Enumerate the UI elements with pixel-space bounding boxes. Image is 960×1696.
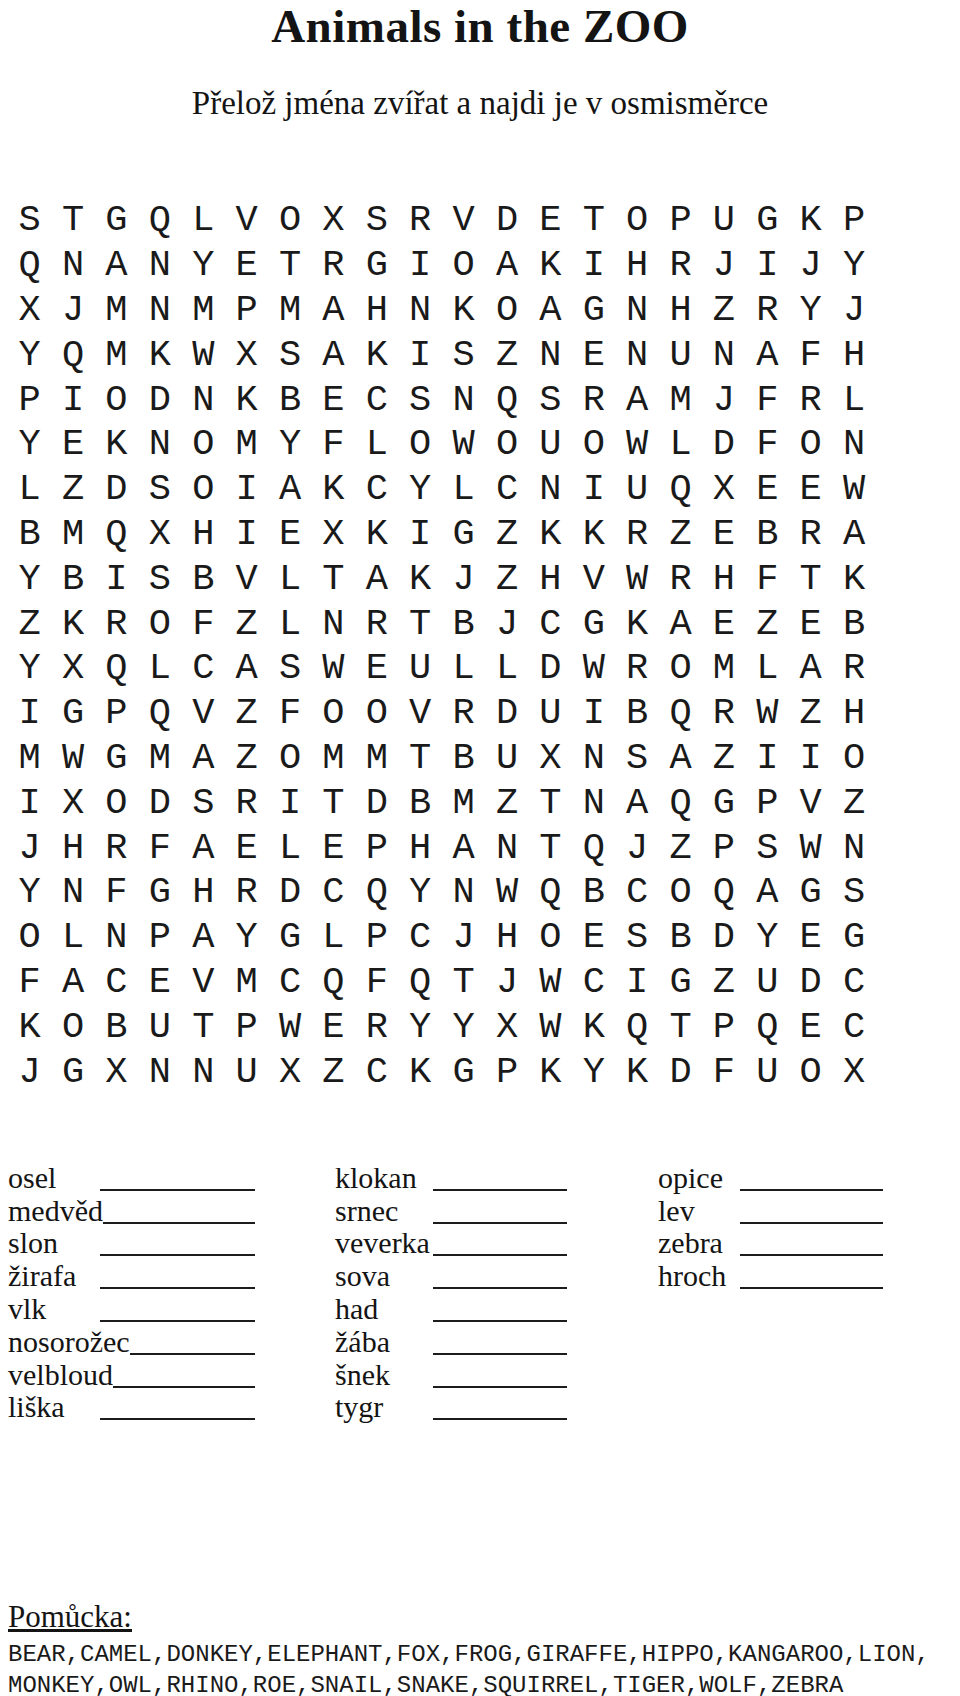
grid-cell[interactable]: Q <box>51 332 94 377</box>
grid-cell[interactable]: Y <box>8 646 51 691</box>
grid-cell[interactable]: S <box>268 646 311 691</box>
grid-cell[interactable]: Q <box>702 870 745 915</box>
grid-cell[interactable]: G <box>442 1049 485 1094</box>
grid-cell[interactable]: J <box>789 243 832 288</box>
grid-cell[interactable]: Z <box>789 691 832 736</box>
answer-blank-line[interactable] <box>740 1181 883 1191</box>
answer-blank-line[interactable] <box>100 1312 255 1322</box>
grid-cell[interactable]: H <box>832 691 875 736</box>
grid-cell[interactable]: T <box>312 556 355 601</box>
grid-cell[interactable]: U <box>138 1004 181 1049</box>
grid-cell[interactable]: I <box>615 960 658 1005</box>
grid-cell[interactable]: W <box>832 467 875 512</box>
grid-cell[interactable]: O <box>485 288 528 333</box>
grid-cell[interactable]: O <box>8 915 51 960</box>
grid-cell[interactable]: M <box>355 736 398 781</box>
grid-cell[interactable]: G <box>442 512 485 557</box>
grid-cell[interactable]: F <box>8 960 51 1005</box>
grid-cell[interactable]: L <box>268 825 311 870</box>
grid-cell[interactable]: E <box>572 332 615 377</box>
answer-blank-line[interactable] <box>740 1246 883 1256</box>
grid-cell[interactable]: R <box>442 691 485 736</box>
grid-cell[interactable]: G <box>268 915 311 960</box>
grid-cell[interactable]: P <box>832 198 875 243</box>
grid-cell[interactable]: Q <box>485 377 528 422</box>
grid-cell[interactable]: M <box>312 736 355 781</box>
grid-cell[interactable]: R <box>789 377 832 422</box>
grid-cell[interactable]: E <box>789 1004 832 1049</box>
grid-cell[interactable]: Q <box>312 960 355 1005</box>
grid-cell[interactable]: Q <box>138 198 181 243</box>
grid-cell[interactable]: O <box>268 198 311 243</box>
grid-cell[interactable]: D <box>355 780 398 825</box>
grid-cell[interactable]: T <box>51 198 94 243</box>
grid-cell[interactable]: B <box>746 512 789 557</box>
grid-cell[interactable]: A <box>312 288 355 333</box>
grid-cell[interactable]: I <box>8 780 51 825</box>
grid-cell[interactable]: Y <box>8 870 51 915</box>
grid-cell[interactable]: T <box>529 780 572 825</box>
grid-cell[interactable]: R <box>225 780 268 825</box>
grid-cell[interactable]: A <box>529 288 572 333</box>
grid-cell[interactable]: Z <box>659 825 702 870</box>
grid-cell[interactable]: A <box>182 825 225 870</box>
grid-cell[interactable]: H <box>182 870 225 915</box>
grid-cell[interactable]: A <box>615 780 658 825</box>
grid-cell[interactable]: M <box>442 780 485 825</box>
grid-cell[interactable]: S <box>442 332 485 377</box>
grid-cell[interactable]: J <box>8 825 51 870</box>
grid-cell[interactable]: Q <box>572 825 615 870</box>
grid-cell[interactable]: Z <box>702 288 745 333</box>
grid-cell[interactable]: F <box>746 377 789 422</box>
grid-cell[interactable]: F <box>182 601 225 646</box>
grid-cell[interactable]: Y <box>832 243 875 288</box>
grid-cell[interactable]: O <box>659 646 702 691</box>
grid-cell[interactable]: L <box>659 422 702 467</box>
grid-cell[interactable]: Y <box>442 1004 485 1049</box>
grid-cell[interactable]: R <box>95 825 138 870</box>
grid-cell[interactable]: K <box>8 1004 51 1049</box>
grid-cell[interactable]: A <box>485 243 528 288</box>
grid-cell[interactable]: O <box>789 422 832 467</box>
grid-cell[interactable]: Z <box>485 556 528 601</box>
grid-cell[interactable]: O <box>182 467 225 512</box>
grid-cell[interactable]: K <box>442 288 485 333</box>
grid-cell[interactable]: E <box>789 601 832 646</box>
grid-cell[interactable]: G <box>95 736 138 781</box>
grid-cell[interactable]: M <box>702 646 745 691</box>
grid-cell[interactable]: U <box>485 736 528 781</box>
grid-cell[interactable]: N <box>832 422 875 467</box>
grid-cell[interactable]: K <box>312 467 355 512</box>
grid-cell[interactable]: X <box>312 198 355 243</box>
grid-cell[interactable]: H <box>702 556 745 601</box>
grid-cell[interactable]: E <box>529 198 572 243</box>
grid-cell[interactable]: M <box>95 332 138 377</box>
grid-cell[interactable]: S <box>529 377 572 422</box>
grid-cell[interactable]: Q <box>8 243 51 288</box>
grid-cell[interactable]: D <box>485 691 528 736</box>
grid-cell[interactable]: O <box>95 377 138 422</box>
answer-blank-line[interactable] <box>433 1345 567 1355</box>
grid-cell[interactable]: N <box>182 1049 225 1094</box>
grid-cell[interactable]: S <box>8 198 51 243</box>
grid-cell[interactable]: Y <box>8 422 51 467</box>
answer-blank-line[interactable] <box>100 1246 255 1256</box>
grid-cell[interactable]: P <box>225 288 268 333</box>
grid-cell[interactable]: N <box>95 915 138 960</box>
grid-cell[interactable]: B <box>572 870 615 915</box>
grid-cell[interactable]: D <box>529 646 572 691</box>
grid-cell[interactable]: X <box>529 736 572 781</box>
grid-cell[interactable]: W <box>572 646 615 691</box>
grid-cell[interactable]: A <box>832 512 875 557</box>
grid-cell[interactable]: A <box>95 243 138 288</box>
grid-cell[interactable]: G <box>355 243 398 288</box>
answer-blank-line[interactable] <box>103 1214 255 1224</box>
grid-cell[interactable]: D <box>702 422 745 467</box>
grid-cell[interactable]: P <box>702 825 745 870</box>
grid-cell[interactable]: Z <box>51 467 94 512</box>
grid-cell[interactable]: A <box>789 646 832 691</box>
grid-cell[interactable]: W <box>789 825 832 870</box>
grid-cell[interactable]: W <box>312 646 355 691</box>
grid-cell[interactable]: L <box>268 601 311 646</box>
grid-cell[interactable]: Y <box>746 915 789 960</box>
grid-cell[interactable]: G <box>95 198 138 243</box>
grid-cell[interactable]: D <box>268 870 311 915</box>
grid-cell[interactable]: Y <box>225 915 268 960</box>
grid-cell[interactable]: O <box>182 422 225 467</box>
grid-cell[interactable]: Y <box>789 288 832 333</box>
grid-cell[interactable]: H <box>659 288 702 333</box>
grid-cell[interactable]: X <box>95 1049 138 1094</box>
answer-blank-line[interactable] <box>130 1345 255 1355</box>
grid-cell[interactable]: O <box>615 198 658 243</box>
grid-cell[interactable]: W <box>615 422 658 467</box>
grid-cell[interactable]: B <box>51 556 94 601</box>
grid-cell[interactable]: E <box>789 915 832 960</box>
grid-cell[interactable]: Q <box>138 691 181 736</box>
grid-cell[interactable]: A <box>746 870 789 915</box>
grid-cell[interactable]: T <box>572 198 615 243</box>
grid-cell[interactable]: A <box>355 556 398 601</box>
grid-cell[interactable]: U <box>399 646 442 691</box>
grid-cell[interactable]: J <box>442 556 485 601</box>
grid-cell[interactable]: I <box>399 243 442 288</box>
grid-cell[interactable]: H <box>355 288 398 333</box>
grid-cell[interactable]: E <box>746 467 789 512</box>
grid-cell[interactable]: I <box>572 243 615 288</box>
answer-blank-line[interactable] <box>100 1279 255 1289</box>
grid-cell[interactable]: T <box>312 780 355 825</box>
grid-cell[interactable]: E <box>312 825 355 870</box>
grid-cell[interactable]: I <box>399 332 442 377</box>
grid-cell[interactable]: J <box>485 960 528 1005</box>
grid-cell[interactable]: V <box>225 198 268 243</box>
grid-cell[interactable]: K <box>95 422 138 467</box>
grid-cell[interactable]: K <box>51 601 94 646</box>
grid-cell[interactable]: U <box>529 422 572 467</box>
grid-cell[interactable]: S <box>832 870 875 915</box>
grid-cell[interactable]: N <box>832 825 875 870</box>
grid-cell[interactable]: X <box>225 332 268 377</box>
grid-cell[interactable]: X <box>485 1004 528 1049</box>
grid-cell[interactable]: N <box>615 288 658 333</box>
grid-cell[interactable]: C <box>95 960 138 1005</box>
grid-cell[interactable]: V <box>572 556 615 601</box>
grid-cell[interactable]: K <box>789 198 832 243</box>
grid-cell[interactable]: F <box>268 691 311 736</box>
grid-cell[interactable]: Q <box>659 467 702 512</box>
grid-cell[interactable]: X <box>312 512 355 557</box>
grid-cell[interactable]: G <box>702 780 745 825</box>
grid-cell[interactable]: D <box>138 780 181 825</box>
grid-cell[interactable]: S <box>138 556 181 601</box>
grid-cell[interactable]: V <box>182 691 225 736</box>
grid-cell[interactable]: A <box>659 601 702 646</box>
grid-cell[interactable]: I <box>572 467 615 512</box>
grid-cell[interactable]: S <box>182 780 225 825</box>
grid-cell[interactable]: B <box>442 736 485 781</box>
grid-cell[interactable]: I <box>789 736 832 781</box>
grid-cell[interactable]: M <box>225 960 268 1005</box>
answer-blank-line[interactable] <box>433 1279 567 1289</box>
grid-cell[interactable]: T <box>529 825 572 870</box>
grid-cell[interactable]: H <box>182 512 225 557</box>
grid-cell[interactable]: E <box>312 1004 355 1049</box>
grid-cell[interactable]: K <box>572 512 615 557</box>
grid-cell[interactable]: J <box>702 243 745 288</box>
grid-cell[interactable]: F <box>746 422 789 467</box>
grid-cell[interactable]: F <box>95 870 138 915</box>
grid-cell[interactable]: Z <box>746 601 789 646</box>
answer-blank-line[interactable] <box>433 1214 567 1224</box>
grid-cell[interactable]: N <box>312 601 355 646</box>
grid-cell[interactable]: R <box>355 601 398 646</box>
grid-cell[interactable]: J <box>702 377 745 422</box>
grid-cell[interactable]: S <box>615 915 658 960</box>
grid-cell[interactable]: Z <box>832 780 875 825</box>
grid-cell[interactable]: R <box>702 691 745 736</box>
grid-cell[interactable]: Q <box>355 870 398 915</box>
grid-cell[interactable]: I <box>572 691 615 736</box>
grid-cell[interactable]: L <box>138 646 181 691</box>
grid-cell[interactable]: W <box>182 332 225 377</box>
grid-cell[interactable]: K <box>225 377 268 422</box>
grid-cell[interactable]: G <box>138 870 181 915</box>
grid-cell[interactable]: S <box>399 377 442 422</box>
grid-cell[interactable]: Y <box>399 870 442 915</box>
grid-cell[interactable]: G <box>746 198 789 243</box>
grid-cell[interactable]: H <box>615 243 658 288</box>
grid-cell[interactable]: L <box>485 646 528 691</box>
grid-cell[interactable]: H <box>529 556 572 601</box>
answer-blank-line[interactable] <box>740 1214 883 1224</box>
grid-cell[interactable]: I <box>268 780 311 825</box>
grid-cell[interactable]: C <box>572 960 615 1005</box>
grid-cell[interactable]: B <box>442 601 485 646</box>
grid-cell[interactable]: M <box>138 736 181 781</box>
grid-cell[interactable]: G <box>572 601 615 646</box>
grid-cell[interactable]: W <box>485 870 528 915</box>
grid-cell[interactable]: K <box>399 556 442 601</box>
grid-cell[interactable]: L <box>51 915 94 960</box>
grid-cell[interactable]: R <box>659 556 702 601</box>
grid-cell[interactable]: S <box>138 467 181 512</box>
grid-cell[interactable]: F <box>746 556 789 601</box>
grid-cell[interactable]: W <box>51 736 94 781</box>
grid-cell[interactable]: X <box>268 1049 311 1094</box>
grid-cell[interactable]: Z <box>702 960 745 1005</box>
grid-cell[interactable]: I <box>225 467 268 512</box>
grid-cell[interactable]: Z <box>225 736 268 781</box>
grid-cell[interactable]: P <box>225 1004 268 1049</box>
grid-cell[interactable]: E <box>702 601 745 646</box>
grid-cell[interactable]: E <box>702 512 745 557</box>
grid-cell[interactable]: T <box>399 601 442 646</box>
grid-cell[interactable]: Q <box>659 691 702 736</box>
grid-cell[interactable]: C <box>615 870 658 915</box>
grid-cell[interactable]: I <box>746 736 789 781</box>
grid-cell[interactable]: O <box>659 870 702 915</box>
grid-cell[interactable]: Y <box>572 1049 615 1094</box>
grid-cell[interactable]: N <box>485 825 528 870</box>
grid-cell[interactable]: U <box>746 960 789 1005</box>
grid-cell[interactable]: O <box>789 1049 832 1094</box>
grid-cell[interactable]: P <box>8 377 51 422</box>
grid-cell[interactable]: G <box>51 691 94 736</box>
grid-cell[interactable]: U <box>529 691 572 736</box>
grid-cell[interactable]: L <box>182 198 225 243</box>
grid-cell[interactable]: W <box>529 960 572 1005</box>
grid-cell[interactable]: P <box>95 691 138 736</box>
grid-cell[interactable]: D <box>95 467 138 512</box>
grid-cell[interactable]: F <box>138 825 181 870</box>
grid-cell[interactable]: R <box>615 646 658 691</box>
grid-cell[interactable]: G <box>832 915 875 960</box>
grid-cell[interactable]: R <box>399 198 442 243</box>
grid-cell[interactable]: X <box>702 467 745 512</box>
answer-blank-line[interactable] <box>433 1378 567 1388</box>
grid-cell[interactable]: Z <box>659 512 702 557</box>
grid-cell[interactable]: R <box>615 512 658 557</box>
grid-cell[interactable]: R <box>832 646 875 691</box>
grid-cell[interactable]: L <box>312 915 355 960</box>
grid-cell[interactable]: G <box>659 960 702 1005</box>
grid-cell[interactable]: R <box>312 243 355 288</box>
grid-cell[interactable]: L <box>442 467 485 512</box>
grid-cell[interactable]: C <box>485 467 528 512</box>
grid-cell[interactable]: B <box>95 1004 138 1049</box>
grid-cell[interactable]: P <box>702 1004 745 1049</box>
grid-cell[interactable]: E <box>138 960 181 1005</box>
grid-cell[interactable]: Y <box>399 1004 442 1049</box>
grid-cell[interactable]: G <box>572 288 615 333</box>
grid-cell[interactable]: O <box>51 1004 94 1049</box>
grid-cell[interactable]: E <box>225 825 268 870</box>
grid-cell[interactable]: U <box>225 1049 268 1094</box>
answer-blank-line[interactable] <box>433 1410 567 1420</box>
grid-cell[interactable]: W <box>442 422 485 467</box>
grid-cell[interactable]: U <box>615 467 658 512</box>
grid-cell[interactable]: E <box>51 422 94 467</box>
grid-cell[interactable]: J <box>485 601 528 646</box>
grid-cell[interactable]: M <box>659 377 702 422</box>
grid-cell[interactable]: K <box>399 1049 442 1094</box>
grid-cell[interactable]: L <box>442 646 485 691</box>
grid-cell[interactable]: E <box>225 243 268 288</box>
grid-cell[interactable]: Z <box>485 332 528 377</box>
answer-blank-line[interactable] <box>100 1181 255 1191</box>
grid-cell[interactable]: O <box>312 691 355 736</box>
grid-cell[interactable]: I <box>8 691 51 736</box>
grid-cell[interactable]: U <box>659 332 702 377</box>
grid-cell[interactable]: K <box>355 512 398 557</box>
grid-cell[interactable]: N <box>138 422 181 467</box>
grid-cell[interactable]: C <box>832 1004 875 1049</box>
grid-cell[interactable]: T <box>789 556 832 601</box>
grid-cell[interactable]: A <box>312 332 355 377</box>
grid-cell[interactable]: K <box>529 512 572 557</box>
grid-cell[interactable]: J <box>442 915 485 960</box>
grid-cell[interactable]: G <box>789 870 832 915</box>
grid-cell[interactable]: J <box>8 1049 51 1094</box>
grid-cell[interactable]: O <box>268 736 311 781</box>
grid-cell[interactable]: J <box>615 825 658 870</box>
answer-blank-line[interactable] <box>740 1279 883 1289</box>
grid-cell[interactable]: V <box>182 960 225 1005</box>
grid-cell[interactable]: A <box>225 646 268 691</box>
grid-cell[interactable]: B <box>8 512 51 557</box>
grid-cell[interactable]: R <box>355 1004 398 1049</box>
grid-cell[interactable]: C <box>832 960 875 1005</box>
grid-cell[interactable]: C <box>355 1049 398 1094</box>
grid-cell[interactable]: V <box>399 691 442 736</box>
grid-cell[interactable]: Q <box>659 780 702 825</box>
grid-cell[interactable]: F <box>702 1049 745 1094</box>
grid-cell[interactable]: N <box>442 377 485 422</box>
grid-cell[interactable]: A <box>746 332 789 377</box>
grid-cell[interactable]: C <box>529 601 572 646</box>
grid-cell[interactable]: Z <box>485 512 528 557</box>
grid-cell[interactable]: I <box>51 377 94 422</box>
grid-cell[interactable]: N <box>529 467 572 512</box>
grid-cell[interactable]: Y <box>8 556 51 601</box>
grid-cell[interactable]: J <box>832 288 875 333</box>
grid-cell[interactable]: O <box>355 691 398 736</box>
grid-cell[interactable]: N <box>442 870 485 915</box>
answer-blank-line[interactable] <box>433 1181 567 1191</box>
grid-cell[interactable]: G <box>51 1049 94 1094</box>
grid-cell[interactable]: D <box>702 915 745 960</box>
grid-cell[interactable]: D <box>138 377 181 422</box>
grid-cell[interactable]: N <box>138 243 181 288</box>
grid-cell[interactable]: Q <box>399 960 442 1005</box>
grid-cell[interactable]: M <box>8 736 51 781</box>
grid-cell[interactable]: B <box>832 601 875 646</box>
grid-cell[interactable]: M <box>182 288 225 333</box>
grid-cell[interactable]: Z <box>225 601 268 646</box>
grid-cell[interactable]: K <box>615 601 658 646</box>
grid-cell[interactable]: C <box>355 467 398 512</box>
grid-cell[interactable]: S <box>268 332 311 377</box>
grid-cell[interactable]: K <box>529 243 572 288</box>
grid-cell[interactable]: O <box>572 422 615 467</box>
grid-cell[interactable]: B <box>182 556 225 601</box>
grid-cell[interactable]: B <box>659 915 702 960</box>
